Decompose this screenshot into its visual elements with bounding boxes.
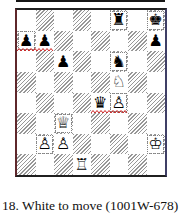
piece-white-knight-f5: ♘ xyxy=(112,74,126,90)
square-g3 xyxy=(128,113,147,134)
piece-white-king-h2: ♔ xyxy=(148,136,163,153)
square-g7 xyxy=(128,31,147,52)
square-f4: ♙ xyxy=(110,93,129,114)
piece-black-pawn-a7: ♟ xyxy=(19,32,34,49)
square-d1: ♖ xyxy=(73,154,92,175)
square-h4 xyxy=(147,93,166,114)
square-d6 xyxy=(73,51,92,72)
square-c2: ♙ xyxy=(54,134,73,155)
square-f7 xyxy=(110,31,129,52)
square-f8: ♜ xyxy=(110,10,129,31)
caption: 18. White to move (1001W-678) xyxy=(2,198,180,214)
square-h1 xyxy=(147,154,166,175)
square-b4 xyxy=(36,93,55,114)
square-e5 xyxy=(91,72,110,93)
square-d5 xyxy=(73,72,92,93)
square-e1 xyxy=(91,154,110,175)
piece-black-pawn-b7: ♟ xyxy=(38,33,52,49)
square-f5: ♘ xyxy=(110,72,129,93)
square-d2 xyxy=(73,134,92,155)
square-c8 xyxy=(54,10,73,31)
square-a4 xyxy=(17,93,36,114)
square-g4 xyxy=(128,93,147,114)
square-f2 xyxy=(110,134,129,155)
square-h3 xyxy=(147,113,166,134)
piece-black-rook-f8: ♜ xyxy=(111,12,126,29)
square-d3 xyxy=(73,113,92,134)
square-a1 xyxy=(17,154,36,175)
square-c3: ♕ xyxy=(54,113,73,134)
square-h7: ♟ xyxy=(147,31,166,52)
square-h5 xyxy=(147,72,166,93)
chess-board: ♜♚♟♟♟♟♞♘♛♙♕♙♙♔♖ xyxy=(15,8,167,177)
square-e3 xyxy=(91,113,110,134)
top-rule-line xyxy=(16,0,165,2)
square-c7 xyxy=(54,31,73,52)
page: ♜♚♟♟♟♟♞♘♛♙♕♙♙♔♖ 18. White to move (1001W… xyxy=(0,0,180,221)
square-a7: ♟ xyxy=(17,31,36,52)
square-e2 xyxy=(91,134,110,155)
square-e8 xyxy=(91,10,110,31)
square-b8 xyxy=(36,10,55,31)
square-g8 xyxy=(128,10,147,31)
piece-black-pawn-c6: ♟ xyxy=(56,54,70,70)
square-a6 xyxy=(17,51,36,72)
square-g2 xyxy=(128,134,147,155)
square-b2: ♙ xyxy=(36,134,55,155)
piece-black-knight-f6: ♞ xyxy=(111,53,126,70)
square-e6 xyxy=(91,51,110,72)
square-c5 xyxy=(54,72,73,93)
square-e7 xyxy=(91,31,110,52)
square-b7: ♟ xyxy=(36,31,55,52)
piece-black-king-h8: ♚ xyxy=(148,12,163,29)
square-h8: ♚ xyxy=(147,10,166,31)
square-f1 xyxy=(110,154,129,175)
square-b6 xyxy=(36,51,55,72)
square-g1 xyxy=(128,154,147,175)
square-c4 xyxy=(54,93,73,114)
piece-white-queen-c3: ♕ xyxy=(56,115,71,132)
piece-white-rook-d1: ♖ xyxy=(75,157,89,173)
square-g5 xyxy=(128,72,147,93)
square-b5 xyxy=(36,72,55,93)
square-c1 xyxy=(54,154,73,175)
square-d8 xyxy=(73,10,92,31)
square-a3 xyxy=(17,113,36,134)
square-a8 xyxy=(17,10,36,31)
piece-white-pawn-c2: ♙ xyxy=(56,136,70,152)
piece-white-pawn-b2: ♙ xyxy=(37,136,52,153)
piece-black-pawn-h7: ♟ xyxy=(149,33,163,49)
square-h6 xyxy=(147,51,166,72)
square-d4 xyxy=(73,93,92,114)
square-d7 xyxy=(73,31,92,52)
square-a5 xyxy=(17,72,36,93)
square-f3 xyxy=(110,113,129,134)
square-e4: ♛ xyxy=(91,93,110,114)
square-c6: ♟ xyxy=(54,51,73,72)
square-f6: ♞ xyxy=(110,51,129,72)
square-b3 xyxy=(36,113,55,134)
square-h2: ♔ xyxy=(147,134,166,155)
piece-white-pawn-f4: ♙ xyxy=(111,94,126,111)
square-b1 xyxy=(36,154,55,175)
piece-black-queen-e4: ♛ xyxy=(93,95,107,111)
square-g6 xyxy=(128,51,147,72)
square-a2 xyxy=(17,134,36,155)
